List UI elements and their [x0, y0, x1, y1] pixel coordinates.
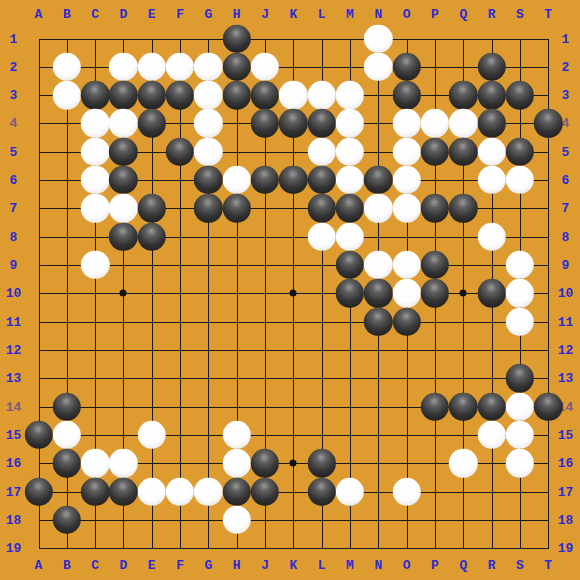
stone-white-O5[interactable]: ○ [392, 138, 420, 166]
stone-black-D17[interactable]: ● [109, 477, 137, 505]
row-label-right-12: 12 [558, 344, 574, 357]
stone-black-J17[interactable]: ● [251, 477, 279, 505]
col-label-top-M: M [346, 7, 354, 20]
stone-white-S16[interactable]: ○ [506, 449, 534, 477]
row-label-right-15: 15 [558, 428, 574, 441]
stone-white-M8[interactable]: ○ [336, 223, 364, 251]
row-label-right-18: 18 [558, 513, 574, 526]
col-label-top-A: A [35, 7, 43, 20]
stone-white-D4[interactable]: ○ [109, 109, 137, 137]
col-label-bottom-O: O [403, 559, 411, 572]
stone-white-C6[interactable]: ○ [81, 166, 109, 194]
star-point [460, 290, 467, 297]
stone-black-C3[interactable]: ● [81, 81, 109, 109]
col-label-bottom-B: B [63, 559, 71, 572]
col-label-bottom-S: S [516, 559, 524, 572]
col-label-top-Q: Q [459, 7, 467, 20]
stone-white-B3[interactable]: ○ [53, 81, 81, 109]
stone-white-G4[interactable]: ○ [194, 109, 222, 137]
row-label-left-18: 18 [6, 513, 22, 526]
stone-white-E15[interactable]: ○ [138, 421, 166, 449]
stone-black-N6[interactable]: ● [364, 166, 392, 194]
row-label-left-7: 7 [10, 202, 18, 215]
row-label-left-4: 4 [10, 117, 18, 130]
stone-black-T14[interactable]: ● [534, 392, 562, 420]
stone-white-S9[interactable]: ○ [506, 251, 534, 279]
col-label-bottom-D: D [120, 559, 128, 572]
stone-black-Q14[interactable]: ● [449, 392, 477, 420]
row-label-left-14: 14 [6, 400, 22, 413]
stone-black-F5[interactable]: ● [166, 138, 194, 166]
stone-black-F3[interactable]: ● [166, 81, 194, 109]
col-label-bottom-T: T [544, 559, 552, 572]
stone-black-T4[interactable]: ● [534, 109, 562, 137]
stone-white-S15[interactable]: ○ [506, 421, 534, 449]
row-label-right-4: 4 [562, 117, 570, 130]
stone-black-L17[interactable]: ● [307, 477, 335, 505]
row-label-right-10: 10 [558, 287, 574, 300]
stone-black-O11[interactable]: ● [392, 307, 420, 335]
col-label-top-T: T [544, 7, 552, 20]
stone-white-C5[interactable]: ○ [81, 138, 109, 166]
row-label-left-17: 17 [6, 485, 22, 498]
stone-white-E2[interactable]: ○ [138, 53, 166, 81]
stone-black-J4[interactable]: ● [251, 109, 279, 137]
col-label-top-N: N [374, 7, 382, 20]
stone-black-K4[interactable]: ● [279, 109, 307, 137]
stone-white-D16[interactable]: ○ [109, 449, 137, 477]
row-label-right-5: 5 [562, 145, 570, 158]
stone-black-E3[interactable]: ● [138, 81, 166, 109]
stone-white-O7[interactable]: ○ [392, 194, 420, 222]
col-label-bottom-K: K [289, 559, 297, 572]
stone-black-M9[interactable]: ● [336, 251, 364, 279]
stone-white-G2[interactable]: ○ [194, 53, 222, 81]
stone-white-C7[interactable]: ○ [81, 194, 109, 222]
stone-black-Q3[interactable]: ● [449, 81, 477, 109]
stone-black-P5[interactable]: ● [421, 138, 449, 166]
stone-black-H7[interactable]: ● [223, 194, 251, 222]
stone-black-A15[interactable]: ● [24, 421, 52, 449]
row-label-left-12: 12 [6, 344, 22, 357]
stone-white-O9[interactable]: ○ [392, 251, 420, 279]
stone-white-G17[interactable]: ○ [194, 477, 222, 505]
stone-black-J3[interactable]: ● [251, 81, 279, 109]
stone-black-N11[interactable]: ● [364, 307, 392, 335]
stone-white-C4[interactable]: ○ [81, 109, 109, 137]
row-label-right-6: 6 [562, 174, 570, 187]
row-label-right-2: 2 [562, 60, 570, 73]
star-point [290, 290, 297, 297]
go-board: AABBCCDDEEFFGGHHJJKKLLMMNNOOPPQQRRSSTT11… [0, 0, 580, 580]
stone-white-H6[interactable]: ○ [223, 166, 251, 194]
row-label-right-11: 11 [558, 315, 574, 328]
stone-white-O6[interactable]: ○ [392, 166, 420, 194]
stone-white-M5[interactable]: ○ [336, 138, 364, 166]
row-label-left-10: 10 [6, 287, 22, 300]
row-label-left-15: 15 [6, 428, 22, 441]
stone-black-D8[interactable]: ● [109, 223, 137, 251]
stone-white-B2[interactable]: ○ [53, 53, 81, 81]
stone-black-H3[interactable]: ● [223, 81, 251, 109]
col-label-bottom-P: P [431, 559, 439, 572]
row-label-left-8: 8 [10, 230, 18, 243]
stone-black-Q7[interactable]: ● [449, 194, 477, 222]
stone-white-O10[interactable]: ○ [392, 279, 420, 307]
stone-black-S5[interactable]: ● [506, 138, 534, 166]
stone-black-L6[interactable]: ● [307, 166, 335, 194]
stone-white-H18[interactable]: ○ [223, 506, 251, 534]
stone-black-D6[interactable]: ● [109, 166, 137, 194]
stone-white-G5[interactable]: ○ [194, 138, 222, 166]
stone-white-E17[interactable]: ○ [138, 477, 166, 505]
stone-black-R2[interactable]: ● [477, 53, 505, 81]
row-label-left-11: 11 [6, 315, 22, 328]
stone-black-H1[interactable]: ● [223, 24, 251, 52]
row-label-right-8: 8 [562, 230, 570, 243]
stone-black-N10[interactable]: ● [364, 279, 392, 307]
stone-black-L4[interactable]: ● [307, 109, 335, 137]
stone-white-L8[interactable]: ○ [307, 223, 335, 251]
stone-white-R8[interactable]: ○ [477, 223, 505, 251]
stone-white-O4[interactable]: ○ [392, 109, 420, 137]
col-label-top-G: G [205, 7, 213, 20]
stone-white-B15[interactable]: ○ [53, 421, 81, 449]
stone-black-E8[interactable]: ● [138, 223, 166, 251]
row-label-left-6: 6 [10, 174, 18, 187]
col-label-bottom-M: M [346, 559, 354, 572]
stone-black-E4[interactable]: ● [138, 109, 166, 137]
stone-white-R15[interactable]: ○ [477, 421, 505, 449]
stone-black-H2[interactable]: ● [223, 53, 251, 81]
row-label-right-19: 19 [558, 542, 574, 555]
row-label-right-1: 1 [562, 32, 570, 45]
stone-white-K3[interactable]: ○ [279, 81, 307, 109]
stone-white-N2[interactable]: ○ [364, 53, 392, 81]
stone-black-L16[interactable]: ● [307, 449, 335, 477]
horizontal-line [39, 322, 550, 323]
col-label-top-B: B [63, 7, 71, 20]
stone-white-J2[interactable]: ○ [251, 53, 279, 81]
stone-black-G7[interactable]: ● [194, 194, 222, 222]
stone-white-M3[interactable]: ○ [336, 81, 364, 109]
stone-black-M7[interactable]: ● [336, 194, 364, 222]
stone-white-C9[interactable]: ○ [81, 251, 109, 279]
stone-black-B18[interactable]: ● [53, 506, 81, 534]
stone-black-R10[interactable]: ● [477, 279, 505, 307]
row-label-right-9: 9 [562, 259, 570, 272]
col-label-bottom-E: E [148, 559, 156, 572]
col-label-top-L: L [318, 7, 326, 20]
row-label-left-3: 3 [10, 89, 18, 102]
stone-white-O17[interactable]: ○ [392, 477, 420, 505]
stone-black-C17[interactable]: ● [81, 477, 109, 505]
stone-black-D5[interactable]: ● [109, 138, 137, 166]
row-label-left-19: 19 [6, 542, 22, 555]
col-label-bottom-A: A [35, 559, 43, 572]
stone-black-P14[interactable]: ● [421, 392, 449, 420]
stone-white-H16[interactable]: ○ [223, 449, 251, 477]
stone-white-H15[interactable]: ○ [223, 421, 251, 449]
stone-black-M10[interactable]: ● [336, 279, 364, 307]
horizontal-line [39, 378, 550, 379]
stone-white-R5[interactable]: ○ [477, 138, 505, 166]
row-label-left-16: 16 [6, 457, 22, 470]
stone-white-L3[interactable]: ○ [307, 81, 335, 109]
stone-black-P10[interactable]: ● [421, 279, 449, 307]
row-label-left-5: 5 [10, 145, 18, 158]
col-label-bottom-R: R [488, 559, 496, 572]
stone-black-B14[interactable]: ● [53, 392, 81, 420]
stone-black-P9[interactable]: ● [421, 251, 449, 279]
col-label-top-D: D [120, 7, 128, 20]
stone-white-Q4[interactable]: ○ [449, 109, 477, 137]
stone-black-J6[interactable]: ● [251, 166, 279, 194]
col-label-top-H: H [233, 7, 241, 20]
stone-black-L7[interactable]: ● [307, 194, 335, 222]
stone-white-N9[interactable]: ○ [364, 251, 392, 279]
stone-white-S6[interactable]: ○ [506, 166, 534, 194]
row-label-left-13: 13 [6, 372, 22, 385]
row-label-left-9: 9 [10, 259, 18, 272]
stone-black-R4[interactable]: ● [477, 109, 505, 137]
col-label-bottom-J: J [261, 559, 269, 572]
stone-black-O3[interactable]: ● [392, 81, 420, 109]
horizontal-line [39, 548, 550, 549]
col-label-bottom-F: F [176, 559, 184, 572]
stone-black-B16[interactable]: ● [53, 449, 81, 477]
stone-black-O2[interactable]: ● [392, 53, 420, 81]
stone-white-Q16[interactable]: ○ [449, 449, 477, 477]
row-label-right-13: 13 [558, 372, 574, 385]
stone-white-S10[interactable]: ○ [506, 279, 534, 307]
stone-white-S11[interactable]: ○ [506, 307, 534, 335]
stone-black-H17[interactable]: ● [223, 477, 251, 505]
col-label-top-P: P [431, 7, 439, 20]
stone-white-S14[interactable]: ○ [506, 392, 534, 420]
stone-white-L5[interactable]: ○ [307, 138, 335, 166]
col-label-bottom-Q: Q [459, 559, 467, 572]
stone-black-S13[interactable]: ● [506, 364, 534, 392]
stone-white-G3[interactable]: ○ [194, 81, 222, 109]
stone-white-F17[interactable]: ○ [166, 477, 194, 505]
star-point [120, 290, 127, 297]
col-label-top-F: F [176, 7, 184, 20]
col-label-bottom-C: C [91, 559, 99, 572]
stone-black-R3[interactable]: ● [477, 81, 505, 109]
row-label-right-3: 3 [562, 89, 570, 102]
stone-white-N1[interactable]: ○ [364, 24, 392, 52]
stone-white-P4[interactable]: ○ [421, 109, 449, 137]
stone-black-E7[interactable]: ● [138, 194, 166, 222]
stone-white-D7[interactable]: ○ [109, 194, 137, 222]
stone-black-G6[interactable]: ● [194, 166, 222, 194]
stone-black-J16[interactable]: ● [251, 449, 279, 477]
col-label-top-O: O [403, 7, 411, 20]
stone-black-P7[interactable]: ● [421, 194, 449, 222]
stone-black-S3[interactable]: ● [506, 81, 534, 109]
horizontal-line [39, 350, 550, 351]
stone-white-M17[interactable]: ○ [336, 477, 364, 505]
col-label-top-C: C [91, 7, 99, 20]
row-label-right-17: 17 [558, 485, 574, 498]
col-label-top-J: J [261, 7, 269, 20]
horizontal-line [39, 520, 550, 521]
col-label-top-S: S [516, 7, 524, 20]
col-label-bottom-G: G [205, 559, 213, 572]
row-label-left-1: 1 [10, 32, 18, 45]
star-point [290, 460, 297, 467]
col-label-bottom-N: N [374, 559, 382, 572]
horizontal-line [39, 435, 550, 436]
stone-white-M6[interactable]: ○ [336, 166, 364, 194]
stone-black-D3[interactable]: ● [109, 81, 137, 109]
stone-white-F2[interactable]: ○ [166, 53, 194, 81]
col-label-top-K: K [289, 7, 297, 20]
col-label-top-E: E [148, 7, 156, 20]
stone-black-Q5[interactable]: ● [449, 138, 477, 166]
col-label-bottom-H: H [233, 559, 241, 572]
stone-white-C16[interactable]: ○ [81, 449, 109, 477]
stone-white-R6[interactable]: ○ [477, 166, 505, 194]
col-label-top-R: R [488, 7, 496, 20]
row-label-left-2: 2 [10, 60, 18, 73]
row-label-right-16: 16 [558, 457, 574, 470]
stone-black-A17[interactable]: ● [24, 477, 52, 505]
stone-white-D2[interactable]: ○ [109, 53, 137, 81]
stone-white-M4[interactable]: ○ [336, 109, 364, 137]
stone-white-N7[interactable]: ○ [364, 194, 392, 222]
row-label-right-7: 7 [562, 202, 570, 215]
stone-black-K6[interactable]: ● [279, 166, 307, 194]
stone-black-R14[interactable]: ● [477, 392, 505, 420]
col-label-bottom-L: L [318, 559, 326, 572]
